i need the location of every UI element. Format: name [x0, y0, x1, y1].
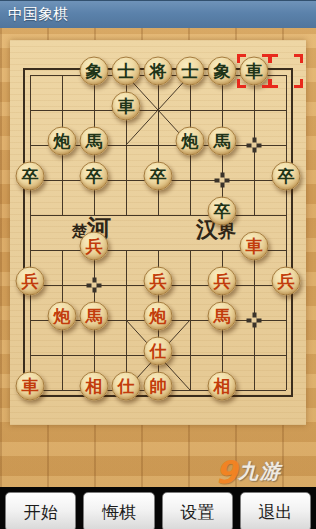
piece-glyph: 兵: [150, 273, 167, 290]
piece-glyph: 仕: [118, 378, 135, 395]
piece-red-advisor[interactable]: 仕: [112, 372, 141, 401]
piece-red-soldier[interactable]: 兵: [208, 267, 237, 296]
piece-red-soldier[interactable]: 兵: [80, 232, 109, 261]
piece-glyph: 卒: [86, 168, 103, 185]
piece-black-chariot[interactable]: 車: [240, 57, 269, 86]
piece-red-chariot[interactable]: 車: [240, 232, 269, 261]
watermark-text: 九游: [238, 458, 282, 485]
piece-glyph: 馬: [86, 133, 103, 150]
piece-red-cannon[interactable]: 炮: [144, 302, 173, 331]
piece-glyph: 士: [118, 63, 135, 80]
menu-button-exit[interactable]: 退出: [240, 492, 311, 529]
piece-red-soldier[interactable]: 兵: [16, 267, 45, 296]
title-bar: 中国象棋: [0, 0, 316, 28]
piece-glyph: 炮: [150, 308, 167, 325]
piece-glyph: 馬: [214, 308, 231, 325]
piece-glyph: 卒: [278, 168, 295, 185]
piece-glyph: 象: [214, 63, 231, 80]
piece-glyph: 炮: [54, 133, 71, 150]
piece-red-advisor[interactable]: 仕: [144, 337, 173, 366]
app-window: 中国象棋 楚河 汉界 象: [0, 0, 316, 529]
piece-glyph: 車: [118, 98, 135, 115]
piece-glyph: 車: [246, 238, 263, 255]
piece-red-soldier[interactable]: 兵: [272, 267, 301, 296]
piece-red-horse[interactable]: 馬: [208, 302, 237, 331]
piece-black-advisor[interactable]: 士: [176, 57, 205, 86]
piece-black-horse[interactable]: 馬: [80, 127, 109, 156]
piece-black-chariot[interactable]: 車: [112, 92, 141, 121]
piece-glyph: 炮: [182, 133, 199, 150]
piece-black-soldier[interactable]: 卒: [208, 197, 237, 226]
piece-red-horse[interactable]: 馬: [80, 302, 109, 331]
piece-black-advisor[interactable]: 士: [112, 57, 141, 86]
piece-red-soldier[interactable]: 兵: [144, 267, 173, 296]
watermark-9game-logo: 9 九游: [215, 458, 282, 485]
piece-black-elephant[interactable]: 象: [80, 57, 109, 86]
piece-black-elephant[interactable]: 象: [208, 57, 237, 86]
menu-button-undo[interactable]: 悔棋: [83, 492, 154, 529]
point-marker: [247, 138, 262, 153]
piece-glyph: 車: [22, 378, 39, 395]
menu-button-settings[interactable]: 设置: [162, 492, 233, 529]
piece-glyph: 卒: [214, 203, 231, 220]
piece-black-cannon[interactable]: 炮: [176, 127, 205, 156]
piece-glyph: 相: [214, 378, 231, 395]
piece-glyph: 士: [182, 63, 199, 80]
menu-button-start[interactable]: 开始: [5, 492, 76, 529]
piece-glyph: 帥: [150, 378, 167, 395]
app-title: 中国象棋: [0, 5, 68, 24]
piece-glyph: 兵: [86, 238, 103, 255]
piece-red-elephant[interactable]: 相: [208, 372, 237, 401]
piece-black-soldier[interactable]: 卒: [16, 162, 45, 191]
piece-black-horse[interactable]: 馬: [208, 127, 237, 156]
point-marker: [215, 173, 230, 188]
piece-glyph: 馬: [214, 133, 231, 150]
piece-black-soldier[interactable]: 卒: [144, 162, 173, 191]
bottom-menu-bar: 开始悔棋设置退出: [0, 487, 316, 529]
piece-glyph: 相: [86, 378, 103, 395]
piece-black-soldier[interactable]: 卒: [80, 162, 109, 191]
point-marker: [87, 278, 102, 293]
piece-glyph: 卒: [150, 168, 167, 185]
piece-red-general[interactable]: 帥: [144, 372, 173, 401]
point-marker: [247, 313, 262, 328]
piece-glyph: 車: [246, 63, 263, 80]
piece-glyph: 馬: [86, 308, 103, 325]
piece-black-general[interactable]: 将: [144, 57, 173, 86]
piece-red-chariot[interactable]: 車: [16, 372, 45, 401]
piece-glyph: 炮: [54, 308, 71, 325]
piece-glyph: 兵: [22, 273, 39, 290]
watermark-digit: 9: [215, 460, 237, 485]
piece-black-cannon[interactable]: 炮: [48, 127, 77, 156]
xiangqi-board[interactable]: 楚河 汉界 象士将士象車車炮馬炮馬卒卒卒卒卒兵車兵兵兵兵炮馬炮馬仕車相仕帥相: [10, 40, 306, 425]
piece-red-elephant[interactable]: 相: [80, 372, 109, 401]
piece-glyph: 将: [150, 63, 167, 80]
piece-glyph: 兵: [214, 273, 231, 290]
piece-black-soldier[interactable]: 卒: [272, 162, 301, 191]
piece-red-cannon[interactable]: 炮: [48, 302, 77, 331]
piece-glyph: 兵: [278, 273, 295, 290]
piece-glyph: 仕: [150, 343, 167, 360]
piece-glyph: 卒: [22, 168, 39, 185]
piece-glyph: 象: [86, 63, 103, 80]
